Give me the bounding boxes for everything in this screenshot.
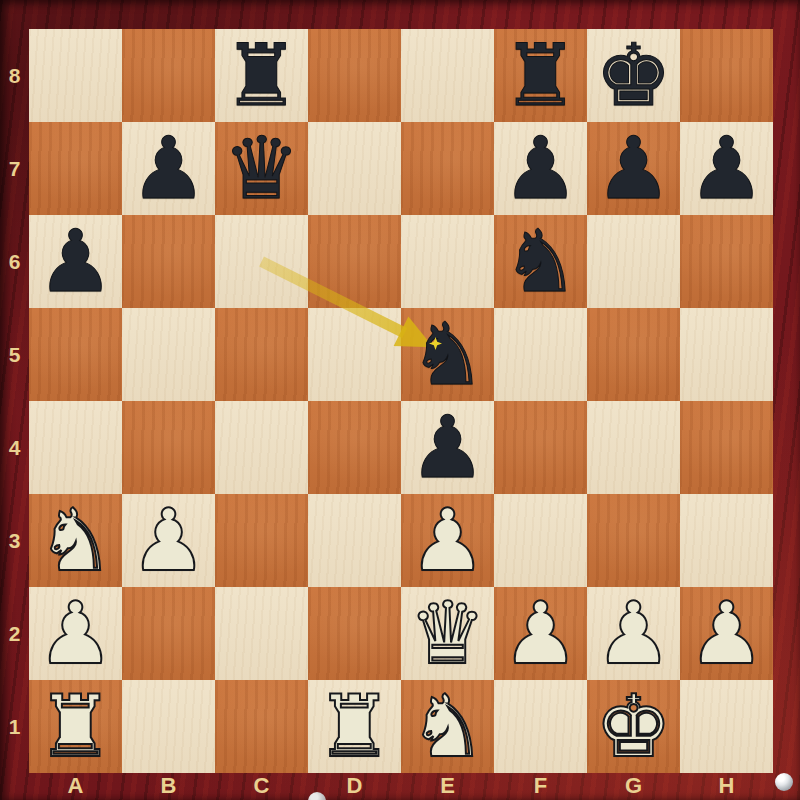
file-label-e: E <box>401 772 494 800</box>
rank-label-7: 7 <box>0 122 29 215</box>
square-g3[interactable] <box>587 494 680 587</box>
file-label-f: F <box>494 772 587 800</box>
white-rook-d1[interactable]: ♜ <box>308 680 401 773</box>
black-pawn-h7[interactable]: ♟ <box>680 122 773 215</box>
white-knight-a3[interactable]: ♞ <box>29 494 122 587</box>
white-pawn-g2[interactable]: ♟ <box>587 587 680 680</box>
square-f4[interactable] <box>494 401 587 494</box>
square-b4[interactable] <box>122 401 215 494</box>
square-c1[interactable] <box>215 680 308 773</box>
square-a4[interactable] <box>29 401 122 494</box>
black-pawn-b7[interactable]: ♟ <box>122 122 215 215</box>
square-d4[interactable] <box>308 401 401 494</box>
file-label-c: C <box>215 772 308 800</box>
rank-label-5: 5 <box>0 308 29 401</box>
black-pawn-e4[interactable]: ♟ <box>401 401 494 494</box>
square-a7[interactable] <box>29 122 122 215</box>
black-knight-f6[interactable]: ♞ <box>494 215 587 308</box>
square-b6[interactable] <box>122 215 215 308</box>
white-knight-e1[interactable]: ♞ <box>401 680 494 773</box>
square-h3[interactable] <box>680 494 773 587</box>
square-d7[interactable] <box>308 122 401 215</box>
rank-label-8: 8 <box>0 29 29 122</box>
rank-label-2: 2 <box>0 587 29 680</box>
white-pawn-e3[interactable]: ♟ <box>401 494 494 587</box>
rank-label-3: 3 <box>0 494 29 587</box>
white-king-g1[interactable]: ♚ <box>587 680 680 773</box>
square-c3[interactable] <box>215 494 308 587</box>
white-queen-e2[interactable]: ♛ <box>401 587 494 680</box>
rank-label-4: 4 <box>0 401 29 494</box>
white-pawn-a2[interactable]: ♟ <box>29 587 122 680</box>
white-pawn-b3[interactable]: ♟ <box>122 494 215 587</box>
black-rook-c8[interactable]: ♜ <box>215 29 308 122</box>
square-c6[interactable] <box>215 215 308 308</box>
square-d3[interactable] <box>308 494 401 587</box>
file-label-a: A <box>29 772 122 800</box>
file-label-b: B <box>122 772 215 800</box>
square-c2[interactable] <box>215 587 308 680</box>
white-rook-a1[interactable]: ♜ <box>29 680 122 773</box>
square-h6[interactable] <box>680 215 773 308</box>
square-h1[interactable] <box>680 680 773 773</box>
black-knight-e5[interactable]: ♞ <box>401 308 494 401</box>
square-b8[interactable] <box>122 29 215 122</box>
file-label-h: H <box>680 772 773 800</box>
square-e6[interactable] <box>401 215 494 308</box>
white-pawn-f2[interactable]: ♟ <box>494 587 587 680</box>
black-king-g8[interactable]: ♚ <box>587 29 680 122</box>
black-pawn-a6[interactable]: ♟ <box>29 215 122 308</box>
file-label-g: G <box>587 772 680 800</box>
square-f3[interactable] <box>494 494 587 587</box>
rank-label-1: 1 <box>0 680 29 773</box>
square-f5[interactable] <box>494 308 587 401</box>
black-queen-c7[interactable]: ♛ <box>215 122 308 215</box>
rank-label-6: 6 <box>0 215 29 308</box>
square-e7[interactable] <box>401 122 494 215</box>
square-h4[interactable] <box>680 401 773 494</box>
white-pawn-h2[interactable]: ♟ <box>680 587 773 680</box>
square-d2[interactable] <box>308 587 401 680</box>
square-a8[interactable] <box>29 29 122 122</box>
square-b5[interactable] <box>122 308 215 401</box>
square-h5[interactable] <box>680 308 773 401</box>
square-e8[interactable] <box>401 29 494 122</box>
square-g6[interactable] <box>587 215 680 308</box>
square-b2[interactable] <box>122 587 215 680</box>
square-b1[interactable] <box>122 680 215 773</box>
corner-ball-icon <box>775 773 793 791</box>
square-g4[interactable] <box>587 401 680 494</box>
black-rook-f8[interactable]: ♜ <box>494 29 587 122</box>
black-pawn-f7[interactable]: ♟ <box>494 122 587 215</box>
square-g5[interactable] <box>587 308 680 401</box>
square-d8[interactable] <box>308 29 401 122</box>
square-c4[interactable] <box>215 401 308 494</box>
square-h8[interactable] <box>680 29 773 122</box>
square-a5[interactable] <box>29 308 122 401</box>
square-c5[interactable] <box>215 308 308 401</box>
square-d6[interactable] <box>308 215 401 308</box>
black-pawn-g7[interactable]: ♟ <box>587 122 680 215</box>
square-f1[interactable] <box>494 680 587 773</box>
square-d5[interactable] <box>308 308 401 401</box>
